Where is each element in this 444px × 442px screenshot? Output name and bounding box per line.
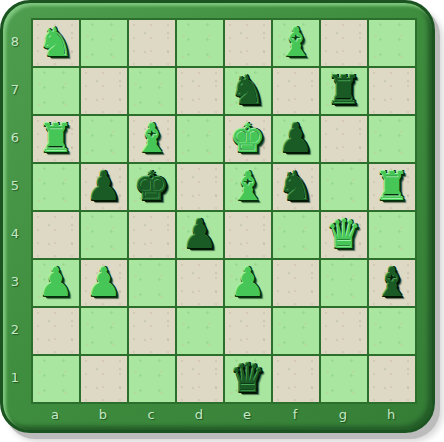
- chessboard-widget: ♞♝♞♜♜♝♚♟♟♚♝♞♜♟♛♟♟♟♝♛ 87654321abcdefgh: [0, 0, 444, 442]
- square-d4[interactable]: ♟: [177, 212, 223, 258]
- piece-wR-a6[interactable]: ♜: [38, 115, 74, 161]
- square-b4[interactable]: [81, 212, 127, 258]
- square-f6[interactable]: ♟: [273, 116, 319, 162]
- piece-bQ-e1[interactable]: ♛: [230, 355, 266, 401]
- piece-bB-h3[interactable]: ♝: [374, 259, 410, 305]
- square-b1[interactable]: [81, 356, 127, 402]
- square-g2[interactable]: [321, 308, 367, 354]
- square-h1[interactable]: [369, 356, 415, 402]
- square-a5[interactable]: [33, 164, 79, 210]
- square-c5[interactable]: ♚: [129, 164, 175, 210]
- square-g4[interactable]: ♛: [321, 212, 367, 258]
- square-e8[interactable]: [225, 20, 271, 66]
- piece-wR-h5[interactable]: ♜: [374, 163, 410, 209]
- square-f3[interactable]: [273, 260, 319, 306]
- piece-bP-d4[interactable]: ♟: [182, 211, 218, 257]
- square-b7[interactable]: [81, 68, 127, 114]
- square-f7[interactable]: [273, 68, 319, 114]
- rank-label-4: 4: [2, 226, 28, 241]
- piece-wB-f8[interactable]: ♝: [278, 19, 314, 65]
- square-a6[interactable]: ♜: [33, 116, 79, 162]
- square-c3[interactable]: [129, 260, 175, 306]
- rank-label-3: 3: [2, 274, 28, 289]
- square-c2[interactable]: [129, 308, 175, 354]
- file-label-d: d: [175, 407, 223, 422]
- square-e5[interactable]: ♝: [225, 164, 271, 210]
- piece-bK-c5[interactable]: ♚: [134, 163, 170, 209]
- square-h4[interactable]: [369, 212, 415, 258]
- square-a1[interactable]: [33, 356, 79, 402]
- rank-label-1: 1: [2, 370, 28, 385]
- square-f2[interactable]: [273, 308, 319, 354]
- chess-board: ♞♝♞♜♜♝♚♟♟♚♝♞♜♟♛♟♟♟♝♛: [31, 18, 417, 404]
- square-c6[interactable]: ♝: [129, 116, 175, 162]
- square-c7[interactable]: [129, 68, 175, 114]
- square-f8[interactable]: ♝: [273, 20, 319, 66]
- piece-wP-e3[interactable]: ♟: [230, 259, 266, 305]
- piece-bN-e7[interactable]: ♞: [230, 67, 266, 113]
- square-d8[interactable]: [177, 20, 223, 66]
- square-a7[interactable]: [33, 68, 79, 114]
- square-g6[interactable]: [321, 116, 367, 162]
- square-g1[interactable]: [321, 356, 367, 402]
- square-e6[interactable]: ♚: [225, 116, 271, 162]
- piece-wK-e6[interactable]: ♚: [230, 115, 266, 161]
- square-f4[interactable]: [273, 212, 319, 258]
- file-label-f: f: [271, 407, 319, 422]
- file-label-a: a: [31, 407, 79, 422]
- rank-label-7: 7: [2, 82, 28, 97]
- square-b6[interactable]: [81, 116, 127, 162]
- square-e3[interactable]: ♟: [225, 260, 271, 306]
- piece-wB-e5[interactable]: ♝: [230, 163, 266, 209]
- square-g8[interactable]: [321, 20, 367, 66]
- square-a8[interactable]: ♞: [33, 20, 79, 66]
- square-e1[interactable]: ♛: [225, 356, 271, 402]
- square-g5[interactable]: [321, 164, 367, 210]
- file-label-b: b: [79, 407, 127, 422]
- square-h6[interactable]: [369, 116, 415, 162]
- square-c1[interactable]: [129, 356, 175, 402]
- square-c4[interactable]: [129, 212, 175, 258]
- file-label-h: h: [367, 407, 415, 422]
- square-d3[interactable]: [177, 260, 223, 306]
- square-h5[interactable]: ♜: [369, 164, 415, 210]
- piece-wP-b3[interactable]: ♟: [86, 259, 122, 305]
- piece-wQ-g4[interactable]: ♛: [326, 211, 362, 257]
- square-b2[interactable]: [81, 308, 127, 354]
- rank-label-6: 6: [2, 130, 28, 145]
- square-b5[interactable]: ♟: [81, 164, 127, 210]
- square-a2[interactable]: [33, 308, 79, 354]
- square-h7[interactable]: [369, 68, 415, 114]
- square-h8[interactable]: [369, 20, 415, 66]
- piece-bN-f5[interactable]: ♞: [278, 163, 314, 209]
- square-a4[interactable]: [33, 212, 79, 258]
- square-a3[interactable]: ♟: [33, 260, 79, 306]
- square-g7[interactable]: ♜: [321, 68, 367, 114]
- rank-label-5: 5: [2, 178, 28, 193]
- square-f5[interactable]: ♞: [273, 164, 319, 210]
- square-c8[interactable]: [129, 20, 175, 66]
- piece-bP-f6[interactable]: ♟: [278, 115, 314, 161]
- square-e2[interactable]: [225, 308, 271, 354]
- file-label-e: e: [223, 407, 271, 422]
- square-b8[interactable]: [81, 20, 127, 66]
- square-b3[interactable]: ♟: [81, 260, 127, 306]
- piece-wN-a8[interactable]: ♞: [38, 19, 74, 65]
- square-d6[interactable]: [177, 116, 223, 162]
- square-e7[interactable]: ♞: [225, 68, 271, 114]
- piece-wB-c6[interactable]: ♝: [134, 115, 170, 161]
- square-g3[interactable]: [321, 260, 367, 306]
- square-e4[interactable]: [225, 212, 271, 258]
- square-d5[interactable]: [177, 164, 223, 210]
- rank-label-2: 2: [2, 322, 28, 337]
- piece-bR-g7[interactable]: ♜: [326, 67, 362, 113]
- square-d1[interactable]: [177, 356, 223, 402]
- file-label-g: g: [319, 407, 367, 422]
- square-h3[interactable]: ♝: [369, 260, 415, 306]
- square-f1[interactable]: [273, 356, 319, 402]
- file-label-c: c: [127, 407, 175, 422]
- piece-bP-b5[interactable]: ♟: [86, 163, 122, 209]
- piece-wP-a3[interactable]: ♟: [38, 259, 74, 305]
- square-d7[interactable]: [177, 68, 223, 114]
- square-d2[interactable]: [177, 308, 223, 354]
- rank-label-8: 8: [2, 34, 28, 49]
- square-h2[interactable]: [369, 308, 415, 354]
